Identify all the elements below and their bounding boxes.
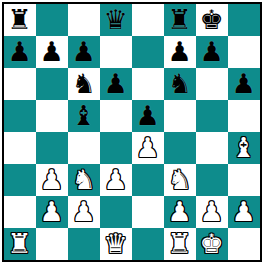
square-d4[interactable] [100, 132, 132, 164]
square-e5[interactable]: ♟ [132, 100, 164, 132]
square-g6[interactable] [196, 68, 228, 100]
square-b7[interactable]: ♟ [36, 36, 68, 68]
square-e1[interactable] [132, 228, 164, 260]
square-h1[interactable] [228, 228, 260, 260]
square-c7[interactable]: ♟ [68, 36, 100, 68]
square-h7[interactable] [228, 36, 260, 68]
white-pawn[interactable]: ♟ [71, 196, 95, 228]
black-bishop[interactable]: ♝ [71, 100, 95, 132]
white-pawn[interactable]: ♟ [231, 196, 255, 228]
white-pawn[interactable]: ♟ [135, 132, 159, 164]
square-g1[interactable]: ♚ [196, 228, 228, 260]
square-f8[interactable]: ♜ [164, 4, 196, 36]
square-f3[interactable]: ♞ [164, 164, 196, 196]
white-rook[interactable]: ♜ [167, 228, 191, 260]
square-b8[interactable] [36, 4, 68, 36]
square-d5[interactable] [100, 100, 132, 132]
black-pawn[interactable]: ♟ [135, 100, 159, 132]
square-g2[interactable]: ♟ [196, 196, 228, 228]
square-d3[interactable]: ♟ [100, 164, 132, 196]
square-g4[interactable] [196, 132, 228, 164]
square-g5[interactable] [196, 100, 228, 132]
black-rook[interactable]: ♜ [167, 4, 191, 36]
black-pawn[interactable]: ♟ [71, 36, 95, 68]
white-rook[interactable]: ♜ [7, 228, 31, 260]
square-g3[interactable] [196, 164, 228, 196]
black-pawn[interactable]: ♟ [7, 36, 31, 68]
square-a5[interactable] [4, 100, 36, 132]
black-pawn[interactable]: ♟ [167, 36, 191, 68]
square-b4[interactable] [36, 132, 68, 164]
square-a2[interactable] [4, 196, 36, 228]
white-pawn[interactable]: ♟ [199, 196, 223, 228]
black-rook[interactable]: ♜ [7, 4, 31, 36]
square-c3[interactable]: ♞ [68, 164, 100, 196]
square-f1[interactable]: ♜ [164, 228, 196, 260]
square-c4[interactable] [68, 132, 100, 164]
square-c5[interactable]: ♝ [68, 100, 100, 132]
square-g8[interactable]: ♚ [196, 4, 228, 36]
square-h6[interactable]: ♟ [228, 68, 260, 100]
chess-board-border: ♜♛♜♚♟♟♟♟♟♞♟♞♟♝♟♟♝♟♞♟♞♟♟♟♟♟♜♛♜♚ [2, 2, 262, 262]
white-knight[interactable]: ♞ [167, 164, 191, 196]
square-a3[interactable] [4, 164, 36, 196]
square-b2[interactable]: ♟ [36, 196, 68, 228]
black-pawn[interactable]: ♟ [103, 68, 127, 100]
square-e7[interactable] [132, 36, 164, 68]
square-f6[interactable]: ♞ [164, 68, 196, 100]
white-king[interactable]: ♚ [199, 228, 223, 260]
black-pawn[interactable]: ♟ [199, 36, 223, 68]
white-pawn[interactable]: ♟ [39, 196, 63, 228]
square-g7[interactable]: ♟ [196, 36, 228, 68]
square-h4[interactable]: ♝ [228, 132, 260, 164]
board-frame: ♜♛♜♚♟♟♟♟♟♞♟♞♟♝♟♟♝♟♞♟♞♟♟♟♟♟♜♛♜♚ [0, 0, 263, 264]
square-c2[interactable]: ♟ [68, 196, 100, 228]
square-a8[interactable]: ♜ [4, 4, 36, 36]
square-e8[interactable] [132, 4, 164, 36]
black-pawn[interactable]: ♟ [39, 36, 63, 68]
square-h8[interactable] [228, 4, 260, 36]
square-e6[interactable] [132, 68, 164, 100]
white-bishop[interactable]: ♝ [231, 132, 255, 164]
black-king[interactable]: ♚ [199, 4, 223, 36]
square-d2[interactable] [100, 196, 132, 228]
square-h5[interactable] [228, 100, 260, 132]
square-d8[interactable]: ♛ [100, 4, 132, 36]
white-knight[interactable]: ♞ [71, 164, 95, 196]
square-h3[interactable] [228, 164, 260, 196]
chess-board[interactable]: ♜♛♜♚♟♟♟♟♟♞♟♞♟♝♟♟♝♟♞♟♞♟♟♟♟♟♜♛♜♚ [4, 4, 260, 260]
square-f7[interactable]: ♟ [164, 36, 196, 68]
black-queen[interactable]: ♛ [103, 4, 127, 36]
white-pawn[interactable]: ♟ [39, 164, 63, 196]
square-a7[interactable]: ♟ [4, 36, 36, 68]
square-d7[interactable] [100, 36, 132, 68]
black-knight[interactable]: ♞ [71, 68, 95, 100]
square-h2[interactable]: ♟ [228, 196, 260, 228]
square-c8[interactable] [68, 4, 100, 36]
square-b1[interactable] [36, 228, 68, 260]
black-knight[interactable]: ♞ [167, 68, 191, 100]
white-pawn[interactable]: ♟ [103, 164, 127, 196]
square-c6[interactable]: ♞ [68, 68, 100, 100]
square-c1[interactable] [68, 228, 100, 260]
square-e3[interactable] [132, 164, 164, 196]
square-d6[interactable]: ♟ [100, 68, 132, 100]
square-e2[interactable] [132, 196, 164, 228]
black-pawn[interactable]: ♟ [231, 68, 255, 100]
white-pawn[interactable]: ♟ [167, 196, 191, 228]
square-b3[interactable]: ♟ [36, 164, 68, 196]
square-a6[interactable] [4, 68, 36, 100]
square-a1[interactable]: ♜ [4, 228, 36, 260]
square-d1[interactable]: ♛ [100, 228, 132, 260]
square-e4[interactable]: ♟ [132, 132, 164, 164]
white-queen[interactable]: ♛ [103, 228, 127, 260]
square-f2[interactable]: ♟ [164, 196, 196, 228]
square-a4[interactable] [4, 132, 36, 164]
square-f4[interactable] [164, 132, 196, 164]
square-b6[interactable] [36, 68, 68, 100]
square-f5[interactable] [164, 100, 196, 132]
square-b5[interactable] [36, 100, 68, 132]
